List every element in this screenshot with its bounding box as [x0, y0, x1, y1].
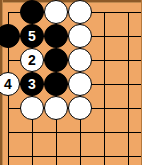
white-stone — [20, 96, 44, 120]
board-frame-right-edge — [141, 0, 142, 165]
grid-line-vertical — [104, 12, 105, 165]
go-board-diagram: 5243 — [0, 0, 142, 165]
grid-line-horizontal — [8, 156, 142, 157]
move-number-label: 5 — [28, 29, 36, 43]
move-2-stone-white: 2 — [20, 48, 44, 72]
white-stone — [68, 24, 92, 48]
white-stone — [68, 72, 92, 96]
move-5-stone-black: 5 — [20, 24, 44, 48]
move-number-label: 4 — [4, 77, 12, 91]
white-stone — [44, 0, 68, 24]
go-board: 5243 — [0, 0, 142, 165]
black-stone — [0, 24, 20, 48]
grid-line-vertical — [128, 12, 129, 165]
move-number-label: 3 — [28, 77, 36, 91]
white-stone — [68, 48, 92, 72]
black-stone — [44, 24, 68, 48]
black-stone — [20, 0, 44, 24]
white-stone — [68, 96, 92, 120]
black-stone — [44, 72, 68, 96]
move-3-stone-black: 3 — [20, 72, 44, 96]
white-stone — [68, 0, 92, 24]
move-4-stone-white: 4 — [0, 72, 20, 96]
white-stone — [44, 96, 68, 120]
grid-line-horizontal — [8, 132, 142, 133]
move-number-label: 2 — [28, 53, 36, 67]
black-stone — [44, 48, 68, 72]
